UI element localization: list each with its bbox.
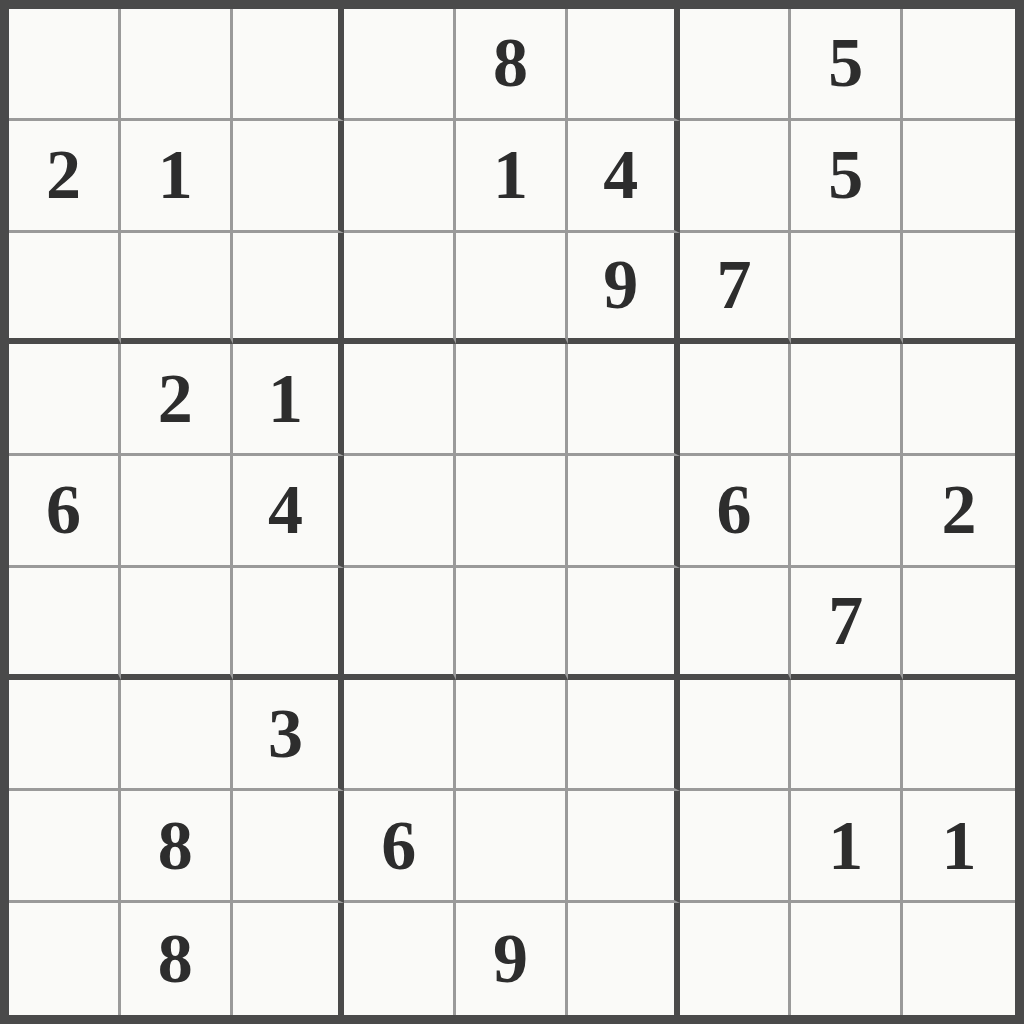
cell-r3c9-empty[interactable] <box>903 233 1015 345</box>
cell-r4c1-empty[interactable] <box>9 344 121 456</box>
cell-r8c4-given-6: 6 <box>344 791 456 903</box>
cell-r2c6-given-4: 4 <box>568 121 680 233</box>
cell-r9c4-empty[interactable] <box>344 903 456 1015</box>
cell-r6c1-empty[interactable] <box>9 568 121 680</box>
cell-r9c2-given-8: 8 <box>121 903 233 1015</box>
cell-r7c2-empty[interactable] <box>121 680 233 792</box>
cell-r7c4-empty[interactable] <box>344 680 456 792</box>
cell-r6c9-empty[interactable] <box>903 568 1015 680</box>
cell-r9c9-empty[interactable] <box>903 903 1015 1015</box>
cell-r9c7-empty[interactable] <box>680 903 792 1015</box>
cell-r2c8-given-5: 5 <box>791 121 903 233</box>
cell-r8c5-empty[interactable] <box>456 791 568 903</box>
cell-r2c2-given-1: 1 <box>121 121 233 233</box>
cell-r9c6-empty[interactable] <box>568 903 680 1015</box>
cell-r7c6-empty[interactable] <box>568 680 680 792</box>
cell-r7c8-empty[interactable] <box>791 680 903 792</box>
cell-r4c9-empty[interactable] <box>903 344 1015 456</box>
cell-r4c8-empty[interactable] <box>791 344 903 456</box>
cell-r4c7-empty[interactable] <box>680 344 792 456</box>
cell-r2c1-given-2: 2 <box>9 121 121 233</box>
cell-r7c9-empty[interactable] <box>903 680 1015 792</box>
cell-r8c1-empty[interactable] <box>9 791 121 903</box>
cell-r2c3-empty[interactable] <box>233 121 345 233</box>
cell-r8c6-empty[interactable] <box>568 791 680 903</box>
cell-r1c3-empty[interactable] <box>233 9 345 121</box>
cell-r6c6-empty[interactable] <box>568 568 680 680</box>
cell-r4c2-given-2: 2 <box>121 344 233 456</box>
cell-r3c1-empty[interactable] <box>9 233 121 345</box>
cell-r5c6-empty[interactable] <box>568 456 680 568</box>
cell-r3c6-given-9: 9 <box>568 233 680 345</box>
cell-r8c8-given-1: 1 <box>791 791 903 903</box>
cell-r3c3-empty[interactable] <box>233 233 345 345</box>
cell-r1c8-given-5: 5 <box>791 9 903 121</box>
cell-r8c9-given-1: 1 <box>903 791 1015 903</box>
cell-r6c4-empty[interactable] <box>344 568 456 680</box>
cell-r7c7-empty[interactable] <box>680 680 792 792</box>
cell-r1c7-empty[interactable] <box>680 9 792 121</box>
cell-r5c9-given-2: 2 <box>903 456 1015 568</box>
cell-r9c1-empty[interactable] <box>9 903 121 1015</box>
cell-r6c7-empty[interactable] <box>680 568 792 680</box>
cell-r1c4-empty[interactable] <box>344 9 456 121</box>
cell-r8c7-empty[interactable] <box>680 791 792 903</box>
cell-r9c5-given-9: 9 <box>456 903 568 1015</box>
cell-r2c9-empty[interactable] <box>903 121 1015 233</box>
cell-r8c2-given-8: 8 <box>121 791 233 903</box>
cell-r8c3-empty[interactable] <box>233 791 345 903</box>
cell-r9c3-empty[interactable] <box>233 903 345 1015</box>
sudoku-board: 85211459721646273861189 <box>0 0 1024 1024</box>
cell-r7c5-empty[interactable] <box>456 680 568 792</box>
cell-r3c4-empty[interactable] <box>344 233 456 345</box>
cell-r3c2-empty[interactable] <box>121 233 233 345</box>
cell-r5c3-given-4: 4 <box>233 456 345 568</box>
cell-r4c6-empty[interactable] <box>568 344 680 456</box>
cell-r6c3-empty[interactable] <box>233 568 345 680</box>
cell-r3c8-empty[interactable] <box>791 233 903 345</box>
cell-r4c4-empty[interactable] <box>344 344 456 456</box>
cell-r1c5-given-8: 8 <box>456 9 568 121</box>
cell-r9c8-empty[interactable] <box>791 903 903 1015</box>
page: 85211459721646273861189 <box>0 0 1024 1024</box>
cell-r2c4-empty[interactable] <box>344 121 456 233</box>
cell-r6c8-given-7: 7 <box>791 568 903 680</box>
cell-r7c3-given-3: 3 <box>233 680 345 792</box>
cell-r4c3-given-1: 1 <box>233 344 345 456</box>
cell-r6c2-empty[interactable] <box>121 568 233 680</box>
cell-r5c7-given-6: 6 <box>680 456 792 568</box>
cell-r7c1-empty[interactable] <box>9 680 121 792</box>
cell-r2c5-given-1: 1 <box>456 121 568 233</box>
cell-r5c4-empty[interactable] <box>344 456 456 568</box>
cell-r4c5-empty[interactable] <box>456 344 568 456</box>
cell-r3c5-empty[interactable] <box>456 233 568 345</box>
cell-r6c5-empty[interactable] <box>456 568 568 680</box>
cell-r5c1-given-6: 6 <box>9 456 121 568</box>
cell-r1c1-empty[interactable] <box>9 9 121 121</box>
cell-r5c5-empty[interactable] <box>456 456 568 568</box>
cell-r5c2-empty[interactable] <box>121 456 233 568</box>
cell-r1c2-empty[interactable] <box>121 9 233 121</box>
cell-r1c6-empty[interactable] <box>568 9 680 121</box>
cell-r1c9-empty[interactable] <box>903 9 1015 121</box>
cell-r3c7-given-7: 7 <box>680 233 792 345</box>
cell-r5c8-empty[interactable] <box>791 456 903 568</box>
cell-r2c7-empty[interactable] <box>680 121 792 233</box>
